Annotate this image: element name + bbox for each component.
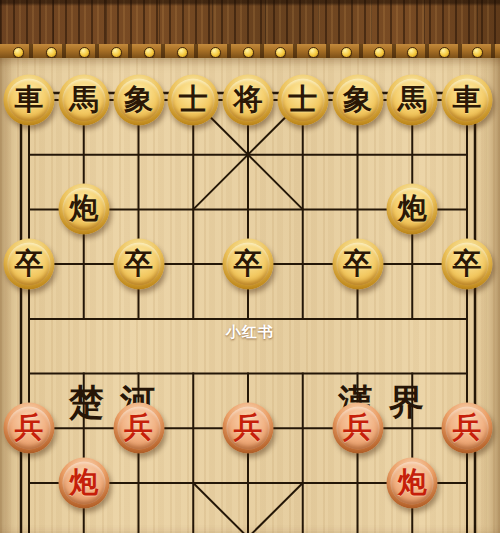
piece-face: 卒 [117, 243, 160, 286]
piece-glyph: 兵 [124, 413, 153, 442]
piece-red-炮-f7r7[interactable]: 炮 [387, 457, 438, 508]
piece-face: 士 [172, 79, 215, 122]
piece-face: 兵 [227, 407, 270, 450]
stud-icon [374, 47, 385, 58]
piece-glyph: 卒 [453, 249, 482, 278]
piece-red-兵-f6r6[interactable]: 兵 [332, 403, 383, 454]
piece-glyph: 将 [234, 85, 263, 114]
piece-black-卒-f4r3[interactable]: 卒 [223, 239, 274, 290]
piece-red-炮-f1r7[interactable]: 炮 [58, 457, 109, 508]
piece-glyph: 炮 [398, 467, 427, 496]
piece-face: 士 [281, 79, 324, 122]
piece-face: 兵 [117, 407, 160, 450]
piece-face: 炮 [391, 188, 434, 231]
piece-face: 卒 [8, 243, 51, 286]
watermark-label: 小红书 [226, 323, 274, 342]
stud-icon [308, 47, 319, 58]
piece-glyph: 卒 [234, 249, 263, 278]
stud-rail [0, 44, 500, 58]
piece-glyph: 馬 [398, 85, 427, 114]
piece-black-炮-f7r2[interactable]: 炮 [387, 184, 438, 235]
piece-glyph: 炮 [398, 194, 427, 223]
stud-icon [275, 47, 286, 58]
piece-glyph: 象 [124, 85, 153, 114]
piece-face: 卒 [336, 243, 379, 286]
piece-glyph: 士 [288, 85, 317, 114]
stud-icon [472, 47, 483, 58]
piece-glyph: 卒 [124, 249, 153, 278]
pieces-layer: 車馬象士将士象馬車炮炮卒卒卒卒卒兵兵兵兵兵炮炮 [0, 58, 500, 533]
piece-glyph: 象 [343, 85, 372, 114]
piece-glyph: 車 [15, 85, 44, 114]
piece-black-象-f2r0[interactable]: 象 [113, 75, 164, 126]
piece-face: 卒 [446, 243, 489, 286]
piece-face: 車 [8, 79, 51, 122]
stud-icon [177, 47, 188, 58]
piece-face: 兵 [8, 407, 51, 450]
xiangqi-screenshot: 楚河 漢界 車馬象士将士象馬車炮炮卒卒卒卒卒兵兵兵兵兵炮炮 小红书 [0, 0, 500, 533]
piece-face: 馬 [62, 79, 105, 122]
piece-red-兵-f4r6[interactable]: 兵 [223, 403, 274, 454]
piece-black-卒-f8r3[interactable]: 卒 [442, 239, 493, 290]
piece-black-将-f4r0[interactable]: 将 [223, 75, 274, 126]
piece-red-兵-f8r6[interactable]: 兵 [442, 403, 493, 454]
piece-glyph: 卒 [15, 249, 44, 278]
piece-black-炮-f1r2[interactable]: 炮 [58, 184, 109, 235]
piece-glyph: 兵 [234, 413, 263, 442]
stud-icon [210, 47, 221, 58]
piece-black-馬-f7r0[interactable]: 馬 [387, 75, 438, 126]
piece-black-士-f5r0[interactable]: 士 [277, 75, 328, 126]
piece-black-車-f8r0[interactable]: 車 [442, 75, 493, 126]
stud-icon [439, 47, 450, 58]
top-wood-planks [0, 0, 500, 45]
piece-black-卒-f0r3[interactable]: 卒 [4, 239, 55, 290]
xiangqi-board[interactable]: 楚河 漢界 車馬象士将士象馬車炮炮卒卒卒卒卒兵兵兵兵兵炮炮 [0, 58, 500, 533]
piece-face: 象 [117, 79, 160, 122]
piece-glyph: 卒 [343, 249, 372, 278]
piece-black-馬-f1r0[interactable]: 馬 [58, 75, 109, 126]
piece-face: 卒 [227, 243, 270, 286]
piece-black-卒-f6r3[interactable]: 卒 [332, 239, 383, 290]
piece-face: 炮 [391, 461, 434, 504]
piece-face: 象 [336, 79, 379, 122]
stud-icon [46, 47, 57, 58]
piece-red-兵-f2r6[interactable]: 兵 [113, 403, 164, 454]
piece-face: 兵 [446, 407, 489, 450]
piece-face: 将 [227, 79, 270, 122]
piece-face: 炮 [62, 188, 105, 231]
stud-icon [79, 47, 90, 58]
piece-face: 車 [446, 79, 489, 122]
stud-icon [111, 47, 122, 58]
piece-glyph: 兵 [15, 413, 44, 442]
piece-black-卒-f2r3[interactable]: 卒 [113, 239, 164, 290]
piece-black-象-f6r0[interactable]: 象 [332, 75, 383, 126]
piece-glyph: 車 [453, 85, 482, 114]
piece-red-兵-f0r6[interactable]: 兵 [4, 403, 55, 454]
piece-face: 兵 [336, 407, 379, 450]
stud-icon [144, 47, 155, 58]
piece-face: 炮 [62, 461, 105, 504]
piece-face: 馬 [391, 79, 434, 122]
piece-glyph: 兵 [343, 413, 372, 442]
piece-glyph: 兵 [453, 413, 482, 442]
stud-icon [243, 47, 254, 58]
piece-black-車-f0r0[interactable]: 車 [4, 75, 55, 126]
stud-icon [13, 47, 24, 58]
stud-icon [407, 47, 418, 58]
piece-glyph: 炮 [69, 194, 98, 223]
piece-black-士-f3r0[interactable]: 士 [168, 75, 219, 126]
piece-glyph: 炮 [69, 467, 98, 496]
stud-icon [341, 47, 352, 58]
piece-glyph: 馬 [69, 85, 98, 114]
piece-glyph: 士 [179, 85, 208, 114]
